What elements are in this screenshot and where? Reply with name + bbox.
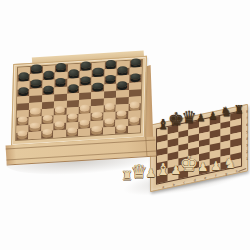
draughts-man-white[interactable] bbox=[79, 119, 89, 126]
draughts-man-black[interactable] bbox=[81, 76, 91, 83]
draughts-man-black[interactable] bbox=[44, 71, 54, 78]
draughts-man-white[interactable] bbox=[67, 127, 77, 134]
draughts-man-white[interactable] bbox=[55, 121, 65, 128]
draughts-man-white[interactable] bbox=[129, 116, 139, 123]
draughts-man-white[interactable] bbox=[18, 116, 28, 123]
draughts-man-white[interactable] bbox=[92, 111, 102, 118]
draughts-man-white[interactable] bbox=[42, 129, 52, 136]
draughts-man-black[interactable] bbox=[31, 64, 41, 71]
chess-piece-light-knight[interactable]: ♞ bbox=[224, 156, 237, 170]
chess-piece-light-pawn[interactable]: ♟ bbox=[211, 160, 222, 172]
draughts-square bbox=[103, 127, 116, 135]
draughts-square bbox=[78, 128, 91, 136]
draughts-square bbox=[128, 125, 141, 133]
draughts-man-white[interactable] bbox=[92, 126, 102, 133]
draughts-square bbox=[16, 132, 29, 140]
product-photo-chess-checkers-set: abcdefgh 87654321 ♝♚♛♟♟♞♜♜♛♟♝♟♚♟♟♞ bbox=[0, 0, 250, 250]
chess-rank-labels: 87654321 bbox=[246, 110, 248, 165]
chess-piece-light-king[interactable]: ♚ bbox=[180, 154, 199, 175]
draughts-man-white[interactable] bbox=[104, 103, 114, 110]
draughts-man-black[interactable] bbox=[130, 73, 140, 80]
draughts-man-white[interactable] bbox=[30, 122, 40, 129]
draughts-man-black[interactable] bbox=[68, 69, 78, 76]
draughts-man-white[interactable] bbox=[116, 124, 126, 131]
draughts-man-white[interactable] bbox=[42, 114, 52, 121]
chess-piece-light-pawn[interactable]: ♟ bbox=[198, 161, 209, 173]
draughts-board bbox=[11, 56, 147, 146]
draughts-man-black[interactable] bbox=[18, 87, 28, 94]
chess-piece-light-pawn[interactable]: ♟ bbox=[146, 167, 157, 179]
draughts-man-black[interactable] bbox=[118, 66, 128, 73]
draughts-man-black[interactable] bbox=[56, 63, 66, 70]
draughts-man-black[interactable] bbox=[81, 61, 91, 68]
draughts-square bbox=[115, 126, 128, 134]
draughts-man-white[interactable] bbox=[55, 106, 65, 113]
draughts-man-black[interactable] bbox=[31, 79, 41, 86]
draughts-man-black[interactable] bbox=[68, 84, 78, 91]
chess-piece-dark-rook[interactable]: ♜ bbox=[234, 104, 244, 115]
draughts-man-black[interactable] bbox=[19, 72, 29, 79]
draughts-grid bbox=[16, 60, 142, 140]
chess-piece-dark-pawn[interactable]: ♟ bbox=[197, 113, 206, 123]
chess-piece-light-bishop[interactable]: ♝ bbox=[156, 162, 170, 178]
draughts-man-black[interactable] bbox=[93, 82, 103, 89]
draughts-square bbox=[90, 127, 103, 135]
draughts-man-black[interactable] bbox=[117, 81, 127, 88]
draughts-man-white[interactable] bbox=[67, 113, 77, 120]
draughts-man-white[interactable] bbox=[104, 118, 114, 125]
draughts-man-black[interactable] bbox=[130, 58, 140, 65]
draughts-man-black[interactable] bbox=[105, 74, 115, 81]
draughts-man-white[interactable] bbox=[17, 130, 27, 137]
draughts-square bbox=[29, 131, 42, 139]
chess-piece-dark-knight[interactable]: ♞ bbox=[220, 105, 232, 118]
draughts-square bbox=[41, 130, 54, 138]
draughts-man-black[interactable] bbox=[106, 60, 116, 67]
draughts-man-white[interactable] bbox=[129, 102, 139, 109]
draughts-square bbox=[66, 129, 79, 137]
draughts-square bbox=[53, 130, 66, 138]
chess-piece-dark-queen[interactable]: ♛ bbox=[181, 109, 196, 126]
draughts-man-black[interactable] bbox=[93, 68, 103, 75]
rank-label: 1 bbox=[246, 157, 248, 164]
draughts-man-black[interactable] bbox=[43, 85, 53, 92]
draughts-man-white[interactable] bbox=[117, 110, 127, 117]
draughts-man-white[interactable] bbox=[80, 105, 90, 112]
draughts-man-black[interactable] bbox=[56, 77, 66, 84]
chess-piece-dark-pawn[interactable]: ♟ bbox=[209, 111, 218, 121]
draughts-man-white[interactable] bbox=[30, 108, 40, 115]
